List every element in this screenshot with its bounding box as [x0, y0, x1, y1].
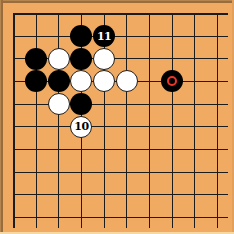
board-point	[115, 70, 138, 93]
board-point	[25, 47, 48, 70]
board-point	[47, 115, 70, 138]
board-point	[47, 2, 70, 25]
board-point	[70, 47, 93, 70]
board-point	[206, 183, 229, 206]
board-point	[47, 183, 70, 206]
board-point	[70, 206, 93, 229]
board-border-bottom	[0, 232, 234, 234]
board-point	[115, 115, 138, 138]
board-point	[70, 161, 93, 184]
board-point	[138, 25, 161, 48]
board-point	[138, 206, 161, 229]
white-stone	[93, 70, 115, 92]
board-point	[161, 2, 184, 25]
board-point	[206, 25, 229, 48]
board-point	[25, 183, 48, 206]
board-point	[115, 161, 138, 184]
board-point	[2, 138, 25, 161]
board-point	[161, 25, 184, 48]
board-point	[115, 206, 138, 229]
board-point	[161, 161, 184, 184]
board-point	[25, 138, 48, 161]
board-point	[47, 138, 70, 161]
board-point	[161, 206, 184, 229]
board-border-left	[0, 0, 3, 234]
black-stone	[70, 48, 92, 70]
board-point	[47, 70, 70, 93]
board-point: 10	[70, 115, 93, 138]
board-point	[138, 161, 161, 184]
board-point	[183, 115, 206, 138]
board-point	[93, 115, 116, 138]
board-border-right	[232, 0, 234, 234]
board-point	[25, 70, 48, 93]
board-point	[138, 115, 161, 138]
black-stone: 11	[93, 25, 115, 47]
board-point	[93, 93, 116, 116]
board-point	[206, 70, 229, 93]
board-point	[161, 93, 184, 116]
board-point	[115, 25, 138, 48]
board-point	[70, 93, 93, 116]
board-point	[2, 206, 25, 229]
board-point	[138, 183, 161, 206]
board-point	[138, 2, 161, 25]
board-point	[138, 47, 161, 70]
board-point	[47, 206, 70, 229]
board-point	[115, 47, 138, 70]
board-point	[93, 161, 116, 184]
white-stone: 10	[70, 116, 92, 138]
board-point	[47, 25, 70, 48]
board-point	[206, 161, 229, 184]
board-point	[47, 93, 70, 116]
board-point	[93, 206, 116, 229]
board-point: 11	[93, 25, 116, 48]
board-point	[206, 2, 229, 25]
circle-mark-icon	[167, 76, 177, 86]
board-point	[93, 47, 116, 70]
black-stone	[48, 70, 70, 92]
board-point	[161, 70, 184, 93]
board-point	[161, 115, 184, 138]
board-point	[115, 2, 138, 25]
go-board-diagram: 1110	[0, 0, 234, 234]
board-point	[115, 93, 138, 116]
board-point	[161, 138, 184, 161]
black-stone	[161, 70, 183, 92]
board-point	[2, 183, 25, 206]
board-point	[183, 93, 206, 116]
white-stone	[116, 70, 138, 92]
board-point	[115, 138, 138, 161]
board-point	[2, 70, 25, 93]
board-point	[183, 206, 206, 229]
board-point	[25, 206, 48, 229]
board-point	[2, 47, 25, 70]
board-point	[25, 161, 48, 184]
white-stone	[48, 48, 70, 70]
board-point	[206, 206, 229, 229]
board-point	[2, 115, 25, 138]
board-point	[138, 70, 161, 93]
board-point	[2, 25, 25, 48]
board-point	[115, 183, 138, 206]
board-point	[70, 138, 93, 161]
board-point	[161, 183, 184, 206]
board-point	[70, 2, 93, 25]
board-point	[70, 25, 93, 48]
board-point	[138, 93, 161, 116]
board-point	[93, 138, 116, 161]
board-point	[138, 138, 161, 161]
black-stone	[25, 70, 47, 92]
board-point	[25, 93, 48, 116]
board-point	[183, 70, 206, 93]
board-point	[93, 2, 116, 25]
board-point	[206, 47, 229, 70]
board-point	[93, 70, 116, 93]
board-point	[47, 161, 70, 184]
board-point	[70, 70, 93, 93]
board-point	[2, 161, 25, 184]
white-stone	[93, 48, 115, 70]
white-stone	[70, 70, 92, 92]
board-point	[93, 183, 116, 206]
board-point	[206, 115, 229, 138]
black-stone	[70, 25, 92, 47]
move-number-label: 11	[97, 31, 111, 42]
board-point	[2, 93, 25, 116]
board-grid: 1110	[2, 2, 228, 228]
board-point	[25, 25, 48, 48]
board-border-top	[0, 0, 234, 3]
board-point	[70, 183, 93, 206]
board-point	[206, 93, 229, 116]
white-stone	[48, 93, 70, 115]
board-point	[161, 47, 184, 70]
board-point	[183, 25, 206, 48]
board-point	[25, 115, 48, 138]
board-point	[183, 138, 206, 161]
board-point	[47, 47, 70, 70]
board-point	[183, 47, 206, 70]
board-point	[206, 138, 229, 161]
black-stone	[25, 48, 47, 70]
board-point	[2, 2, 25, 25]
board-point	[183, 2, 206, 25]
board-point	[183, 183, 206, 206]
board-point	[25, 2, 48, 25]
black-stone	[70, 93, 92, 115]
board-point	[183, 161, 206, 184]
move-number-label: 10	[74, 121, 88, 132]
